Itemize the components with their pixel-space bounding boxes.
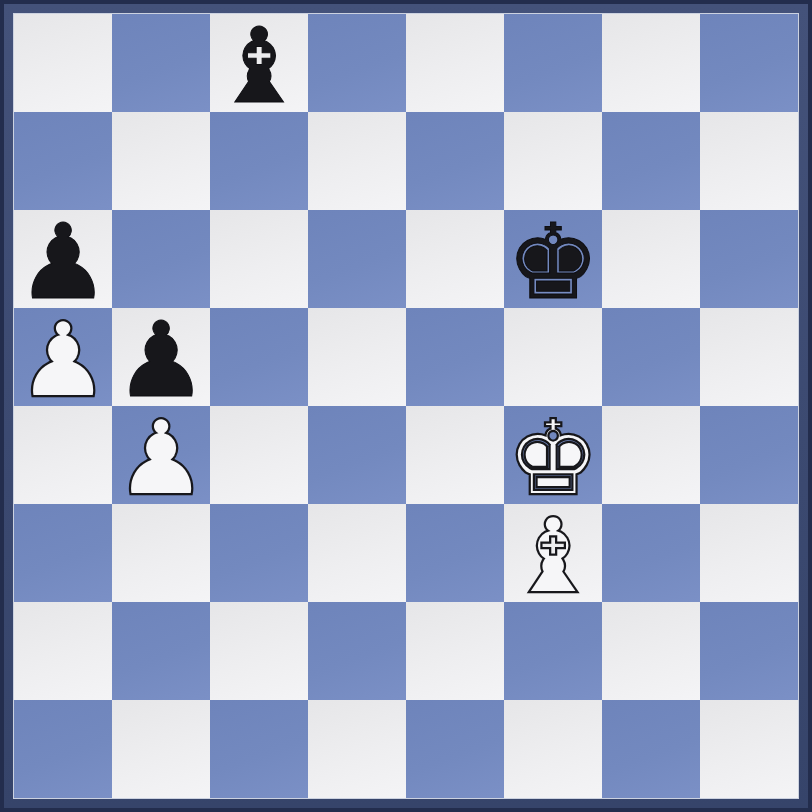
square-c7[interactable]	[210, 112, 308, 210]
square-g5[interactable]	[602, 308, 700, 406]
square-d2[interactable]	[308, 602, 406, 700]
square-b4[interactable]: ♟	[112, 406, 210, 504]
square-b7[interactable]	[112, 112, 210, 210]
square-e7[interactable]	[406, 112, 504, 210]
square-c6[interactable]	[210, 210, 308, 308]
square-g2[interactable]	[602, 602, 700, 700]
square-c8[interactable]: ♝	[210, 14, 308, 112]
square-e5[interactable]	[406, 308, 504, 406]
square-b2[interactable]	[112, 602, 210, 700]
square-g8[interactable]	[602, 14, 700, 112]
square-e8[interactable]	[406, 14, 504, 112]
square-g6[interactable]	[602, 210, 700, 308]
square-g3[interactable]	[602, 504, 700, 602]
square-h8[interactable]	[700, 14, 798, 112]
square-d3[interactable]	[308, 504, 406, 602]
square-h1[interactable]	[700, 700, 798, 798]
white-pawn[interactable]: ♟	[114, 406, 207, 510]
square-g4[interactable]	[602, 406, 700, 504]
square-e3[interactable]	[406, 504, 504, 602]
square-b5[interactable]: ♟	[112, 308, 210, 406]
square-f1[interactable]	[504, 700, 602, 798]
black-king[interactable]: ♚	[506, 210, 599, 314]
square-d6[interactable]	[308, 210, 406, 308]
square-e2[interactable]	[406, 602, 504, 700]
square-c5[interactable]	[210, 308, 308, 406]
chess-board: ♝♟♚♟♟♟♚♝	[14, 14, 798, 798]
square-h2[interactable]	[700, 602, 798, 700]
square-f8[interactable]	[504, 14, 602, 112]
square-d5[interactable]	[308, 308, 406, 406]
square-c4[interactable]	[210, 406, 308, 504]
square-f5[interactable]	[504, 308, 602, 406]
square-c2[interactable]	[210, 602, 308, 700]
square-e6[interactable]	[406, 210, 504, 308]
square-a7[interactable]	[14, 112, 112, 210]
square-a3[interactable]	[14, 504, 112, 602]
square-f7[interactable]	[504, 112, 602, 210]
square-a6[interactable]: ♟	[14, 210, 112, 308]
square-c1[interactable]	[210, 700, 308, 798]
white-pawn[interactable]: ♟	[16, 308, 109, 412]
square-d1[interactable]	[308, 700, 406, 798]
square-a8[interactable]	[14, 14, 112, 112]
square-a4[interactable]	[14, 406, 112, 504]
square-b1[interactable]	[112, 700, 210, 798]
square-f3[interactable]: ♝	[504, 504, 602, 602]
square-f2[interactable]	[504, 602, 602, 700]
square-g1[interactable]	[602, 700, 700, 798]
square-b6[interactable]	[112, 210, 210, 308]
white-bishop[interactable]: ♝	[506, 504, 599, 608]
square-e4[interactable]	[406, 406, 504, 504]
chess-board-frame: ♝♟♚♟♟♟♚♝	[0, 0, 812, 812]
square-a2[interactable]	[14, 602, 112, 700]
square-d7[interactable]	[308, 112, 406, 210]
square-g7[interactable]	[602, 112, 700, 210]
square-h3[interactable]	[700, 504, 798, 602]
square-c3[interactable]	[210, 504, 308, 602]
square-h5[interactable]	[700, 308, 798, 406]
square-d8[interactable]	[308, 14, 406, 112]
square-f4[interactable]: ♚	[504, 406, 602, 504]
square-b3[interactable]	[112, 504, 210, 602]
square-h4[interactable]	[700, 406, 798, 504]
square-f6[interactable]: ♚	[504, 210, 602, 308]
square-h7[interactable]	[700, 112, 798, 210]
square-e1[interactable]	[406, 700, 504, 798]
square-a5[interactable]: ♟	[14, 308, 112, 406]
square-a1[interactable]	[14, 700, 112, 798]
square-d4[interactable]	[308, 406, 406, 504]
square-h6[interactable]	[700, 210, 798, 308]
black-bishop[interactable]: ♝	[212, 14, 305, 118]
square-b8[interactable]	[112, 14, 210, 112]
